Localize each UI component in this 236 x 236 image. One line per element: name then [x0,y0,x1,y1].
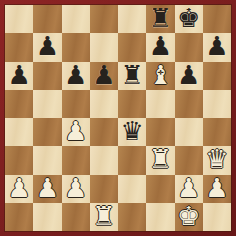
piece-black-pawn: ♟ [64,62,87,88]
square-c2[interactable]: ♟ [62,175,90,203]
square-f8[interactable]: ♜ [146,5,174,33]
square-h2[interactable]: ♟ [203,175,231,203]
piece-black-rook: ♜ [120,62,143,88]
piece-black-pawn: ♟ [7,62,30,88]
piece-black-pawn: ♟ [92,62,115,88]
piece-white-rook: ♜ [149,146,172,172]
square-e7[interactable] [118,33,146,61]
square-b2[interactable]: ♟ [33,175,61,203]
square-c1[interactable] [62,203,90,231]
piece-black-pawn: ♟ [36,33,59,59]
square-h3[interactable]: ♛ [203,146,231,174]
square-b7[interactable]: ♟ [33,33,61,61]
square-g8[interactable]: ♚ [175,5,203,33]
square-e6[interactable]: ♜ [118,62,146,90]
square-f3[interactable]: ♜ [146,146,174,174]
square-d1[interactable]: ♜ [90,203,118,231]
square-h7[interactable]: ♟ [203,33,231,61]
square-d7[interactable] [90,33,118,61]
piece-white-bishop: ♝ [149,62,172,88]
square-b4[interactable] [33,118,61,146]
square-d5[interactable] [90,90,118,118]
square-f1[interactable] [146,203,174,231]
square-a1[interactable] [5,203,33,231]
chess-board: ♜♚♟♟♟♟♟♟♜♝♟♟♛♜♛♟♟♟♟♟♜♚ [5,5,231,231]
piece-white-rook: ♜ [92,203,115,229]
board-frame: ♜♚♟♟♟♟♟♟♜♝♟♟♛♜♛♟♟♟♟♟♜♚ [0,0,236,236]
square-h8[interactable] [203,5,231,33]
square-g5[interactable] [175,90,203,118]
square-b5[interactable] [33,90,61,118]
square-d3[interactable] [90,146,118,174]
square-g1[interactable]: ♚ [175,203,203,231]
piece-black-pawn: ♟ [205,33,228,59]
piece-white-king: ♚ [177,203,200,229]
square-b8[interactable] [33,5,61,33]
piece-white-queen: ♛ [205,146,228,172]
square-b1[interactable] [33,203,61,231]
square-g4[interactable] [175,118,203,146]
piece-black-king: ♚ [177,5,200,31]
square-e3[interactable] [118,146,146,174]
piece-white-pawn: ♟ [205,175,228,201]
square-g7[interactable] [175,33,203,61]
square-h1[interactable] [203,203,231,231]
piece-white-pawn: ♟ [7,175,30,201]
square-e8[interactable] [118,5,146,33]
square-d2[interactable] [90,175,118,203]
square-a8[interactable] [5,5,33,33]
square-h5[interactable] [203,90,231,118]
square-e2[interactable] [118,175,146,203]
square-a2[interactable]: ♟ [5,175,33,203]
piece-white-pawn: ♟ [177,175,200,201]
square-d4[interactable] [90,118,118,146]
square-a7[interactable] [5,33,33,61]
square-a5[interactable] [5,90,33,118]
square-g6[interactable]: ♟ [175,62,203,90]
square-h4[interactable] [203,118,231,146]
piece-black-queen: ♛ [120,118,143,144]
square-a3[interactable] [5,146,33,174]
square-d8[interactable] [90,5,118,33]
square-c8[interactable] [62,5,90,33]
piece-black-pawn: ♟ [177,62,200,88]
square-h6[interactable] [203,62,231,90]
square-a6[interactable]: ♟ [5,62,33,90]
square-b6[interactable] [33,62,61,90]
square-f6[interactable]: ♝ [146,62,174,90]
square-a4[interactable] [5,118,33,146]
piece-white-pawn: ♟ [64,118,87,144]
piece-black-pawn: ♟ [149,33,172,59]
square-f5[interactable] [146,90,174,118]
square-c4[interactable]: ♟ [62,118,90,146]
square-c6[interactable]: ♟ [62,62,90,90]
square-c5[interactable] [62,90,90,118]
square-f2[interactable] [146,175,174,203]
square-d6[interactable]: ♟ [90,62,118,90]
square-e5[interactable] [118,90,146,118]
square-g2[interactable]: ♟ [175,175,203,203]
square-e1[interactable] [118,203,146,231]
piece-white-pawn: ♟ [64,175,87,201]
square-e4[interactable]: ♛ [118,118,146,146]
square-c7[interactable] [62,33,90,61]
square-b3[interactable] [33,146,61,174]
square-c3[interactable] [62,146,90,174]
piece-black-rook: ♜ [149,5,172,31]
piece-white-pawn: ♟ [36,175,59,201]
square-f7[interactable]: ♟ [146,33,174,61]
square-g3[interactable] [175,146,203,174]
square-f4[interactable] [146,118,174,146]
